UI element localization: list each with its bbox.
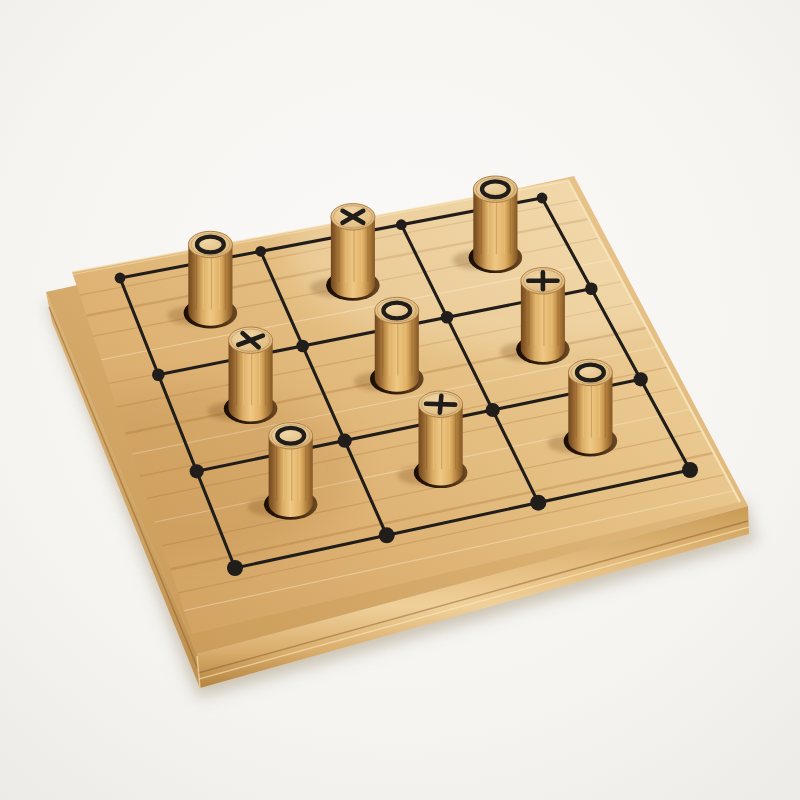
grid-dot <box>396 219 407 230</box>
grid-dot <box>190 464 204 478</box>
grid-dot <box>441 311 454 324</box>
symbol-x-arm <box>426 404 455 405</box>
photo-stage <box>0 0 800 800</box>
grid-dot <box>255 246 266 257</box>
grid-dot <box>634 372 648 386</box>
grid-dot <box>115 273 126 284</box>
grid-dot <box>537 193 548 204</box>
grid-dot <box>296 340 309 353</box>
grid-dot <box>227 560 243 576</box>
grid-dot <box>530 495 546 511</box>
tic-tac-toe-board <box>0 0 800 800</box>
grid-dot <box>338 434 352 448</box>
grid-dot <box>585 282 598 295</box>
board-photo <box>0 0 800 800</box>
grid-dot <box>379 527 395 543</box>
grid-dot <box>682 462 698 478</box>
grid-dot <box>486 403 500 417</box>
grid-dot <box>152 368 165 381</box>
